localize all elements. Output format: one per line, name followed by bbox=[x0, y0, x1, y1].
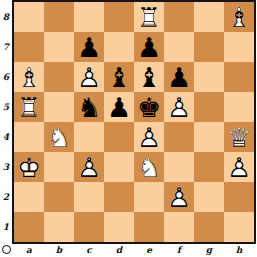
square-d7[interactable] bbox=[104, 32, 134, 62]
square-h4[interactable]: ♛♕ bbox=[224, 122, 254, 152]
file-label-e: e bbox=[134, 244, 164, 257]
square-d2[interactable] bbox=[104, 182, 134, 212]
piece-black-pawn[interactable]: ♟ bbox=[134, 32, 164, 62]
square-b7[interactable] bbox=[44, 32, 74, 62]
square-g2[interactable] bbox=[194, 182, 224, 212]
rank-label-3: 3 bbox=[0, 152, 12, 182]
piece-black-bishop[interactable]: ♝ bbox=[134, 62, 164, 92]
square-b2[interactable] bbox=[44, 182, 74, 212]
piece-white-pawn[interactable]: ♟♙ bbox=[74, 62, 104, 92]
square-f4[interactable] bbox=[164, 122, 194, 152]
square-c6[interactable]: ♟♙ bbox=[74, 62, 104, 92]
square-a4[interactable] bbox=[14, 122, 44, 152]
square-c8[interactable] bbox=[74, 2, 104, 32]
square-a3[interactable]: ♚♔ bbox=[14, 152, 44, 182]
square-d8[interactable] bbox=[104, 2, 134, 32]
square-h3[interactable]: ♟♙ bbox=[224, 152, 254, 182]
square-e5[interactable]: ♚ bbox=[134, 92, 164, 122]
square-a5[interactable]: ♜♖ bbox=[14, 92, 44, 122]
rank-label-4: 4 bbox=[0, 122, 12, 152]
file-label-c: c bbox=[74, 244, 104, 257]
square-f2[interactable]: ♟♙ bbox=[164, 182, 194, 212]
piece-black-knight[interactable]: ♞ bbox=[74, 92, 104, 122]
square-d4[interactable] bbox=[104, 122, 134, 152]
file-label-h: h bbox=[224, 244, 254, 257]
piece-white-pawn[interactable]: ♟♙ bbox=[134, 122, 164, 152]
square-e7[interactable]: ♟ bbox=[134, 32, 164, 62]
square-a8[interactable] bbox=[14, 2, 44, 32]
piece-white-bishop[interactable]: ♝♗ bbox=[14, 62, 44, 92]
file-label-f: f bbox=[164, 244, 194, 257]
square-h1[interactable] bbox=[224, 212, 254, 242]
square-a1[interactable] bbox=[14, 212, 44, 242]
piece-white-king[interactable]: ♚♔ bbox=[14, 152, 44, 182]
file-label-g: g bbox=[194, 244, 224, 257]
square-h8[interactable]: ♝♗ bbox=[224, 2, 254, 32]
square-h2[interactable] bbox=[224, 182, 254, 212]
chess-board[interactable]: ♜♖♝♗♟♟♝♗♟♙♝♝♟♜♖♞♟♚♟♙♞♘♟♙♛♕♚♔♟♙♞♘♟♙♟♙ bbox=[14, 2, 254, 242]
rank-label-2: 2 bbox=[0, 182, 12, 212]
piece-white-rook[interactable]: ♜♖ bbox=[14, 92, 44, 122]
square-e6[interactable]: ♝ bbox=[134, 62, 164, 92]
piece-white-queen[interactable]: ♛♕ bbox=[224, 122, 254, 152]
square-b5[interactable] bbox=[44, 92, 74, 122]
square-g6[interactable] bbox=[194, 62, 224, 92]
piece-white-knight[interactable]: ♞♘ bbox=[134, 152, 164, 182]
square-c1[interactable] bbox=[74, 212, 104, 242]
square-b6[interactable] bbox=[44, 62, 74, 92]
file-label-b: b bbox=[44, 244, 74, 257]
square-f1[interactable] bbox=[164, 212, 194, 242]
square-a6[interactable]: ♝♗ bbox=[14, 62, 44, 92]
square-a2[interactable] bbox=[14, 182, 44, 212]
square-c7[interactable]: ♟ bbox=[74, 32, 104, 62]
square-e4[interactable]: ♟♙ bbox=[134, 122, 164, 152]
white-to-move-circle-icon bbox=[2, 245, 11, 254]
piece-white-knight[interactable]: ♞♘ bbox=[44, 122, 74, 152]
square-d3[interactable] bbox=[104, 152, 134, 182]
rank-label-5: 5 bbox=[0, 92, 12, 122]
square-c2[interactable] bbox=[74, 182, 104, 212]
file-label-d: d bbox=[104, 244, 134, 257]
square-h7[interactable] bbox=[224, 32, 254, 62]
square-f7[interactable] bbox=[164, 32, 194, 62]
square-g7[interactable] bbox=[194, 32, 224, 62]
square-g5[interactable] bbox=[194, 92, 224, 122]
square-a7[interactable] bbox=[14, 32, 44, 62]
square-f3[interactable] bbox=[164, 152, 194, 182]
piece-black-pawn[interactable]: ♟ bbox=[74, 32, 104, 62]
rank-label-1: 1 bbox=[0, 212, 12, 242]
square-f8[interactable] bbox=[164, 2, 194, 32]
board-frame: ♜♖♝♗♟♟♝♗♟♙♝♝♟♜♖♞♟♚♟♙♞♘♟♙♛♕♚♔♟♙♞♘♟♙♟♙ bbox=[12, 0, 256, 244]
square-g8[interactable] bbox=[194, 2, 224, 32]
square-b3[interactable] bbox=[44, 152, 74, 182]
rank-label-6: 6 bbox=[0, 62, 12, 92]
piece-white-pawn[interactable]: ♟♙ bbox=[164, 92, 194, 122]
square-h5[interactable] bbox=[224, 92, 254, 122]
square-f5[interactable]: ♟♙ bbox=[164, 92, 194, 122]
piece-white-pawn[interactable]: ♟♙ bbox=[224, 152, 254, 182]
square-b8[interactable] bbox=[44, 2, 74, 32]
square-d5[interactable]: ♟ bbox=[104, 92, 134, 122]
square-e3[interactable]: ♞♘ bbox=[134, 152, 164, 182]
piece-black-bishop[interactable]: ♝ bbox=[104, 62, 134, 92]
square-e1[interactable] bbox=[134, 212, 164, 242]
square-d6[interactable]: ♝ bbox=[104, 62, 134, 92]
piece-white-pawn[interactable]: ♟♙ bbox=[74, 152, 104, 182]
piece-white-pawn[interactable]: ♟♙ bbox=[164, 182, 194, 212]
rank-label-7: 7 bbox=[0, 32, 12, 62]
square-d1[interactable] bbox=[104, 212, 134, 242]
piece-white-bishop[interactable]: ♝♗ bbox=[224, 2, 254, 32]
square-c5[interactable]: ♞ bbox=[74, 92, 104, 122]
piece-black-king[interactable]: ♚ bbox=[134, 92, 164, 122]
square-e8[interactable]: ♜♖ bbox=[134, 2, 164, 32]
square-c3[interactable]: ♟♙ bbox=[74, 152, 104, 182]
piece-white-rook[interactable]: ♜♖ bbox=[134, 2, 164, 32]
square-b1[interactable] bbox=[44, 212, 74, 242]
square-g4[interactable] bbox=[194, 122, 224, 152]
square-c4[interactable] bbox=[74, 122, 104, 152]
square-g3[interactable] bbox=[194, 152, 224, 182]
square-g1[interactable] bbox=[194, 212, 224, 242]
rank-label-8: 8 bbox=[0, 2, 12, 32]
square-h6[interactable] bbox=[224, 62, 254, 92]
square-b4[interactable]: ♞♘ bbox=[44, 122, 74, 152]
chess-diagram: 87654321 ♜♖♝♗♟♟♝♗♟♙♝♝♟♜♖♞♟♚♟♙♞♘♟♙♛♕♚♔♟♙♞… bbox=[0, 0, 257, 257]
square-f6[interactable]: ♟ bbox=[164, 62, 194, 92]
piece-black-pawn[interactable]: ♟ bbox=[104, 92, 134, 122]
file-label-a: a bbox=[14, 244, 44, 257]
square-e2[interactable] bbox=[134, 182, 164, 212]
piece-black-pawn[interactable]: ♟ bbox=[164, 62, 194, 92]
